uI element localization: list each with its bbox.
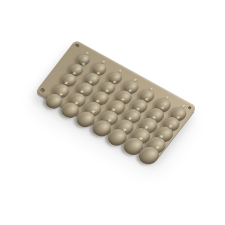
- cavity-grid: ✶✶✶✶✶✶✶✶✶✶✶✶✶✶✶✶✶✶✶✶✶✶✶✶✶✶✶✶✶✶✶✶✶✶✶: [40, 43, 188, 152]
- hanging-hole: [187, 105, 192, 109]
- calyx-star-icon: ✶: [99, 59, 107, 66]
- calyx-star-icon: ✶: [179, 103, 187, 111]
- calyx-star-icon: ✶: [84, 51, 91, 57]
- photo-background: ✶✶✶✶✶✶✶✶✶✶✶✶✶✶✶✶✶✶✶✶✶✶✶✶✶✶✶✶✶✶✶✶✶✶✶: [0, 0, 225, 225]
- silicone-mold-tray: ✶✶✶✶✶✶✶✶✶✶✶✶✶✶✶✶✶✶✶✶✶✶✶✶✶✶✶✶✶✶✶✶✶✶✶: [36, 40, 197, 159]
